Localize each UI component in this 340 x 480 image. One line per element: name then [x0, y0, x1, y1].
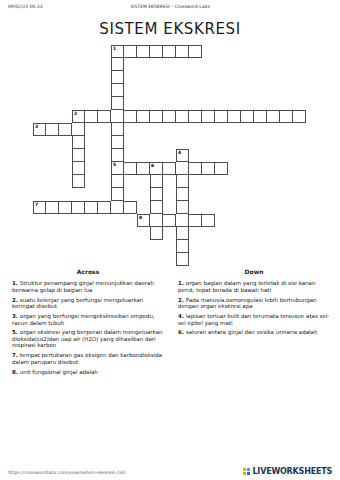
- grid-cell-r10c3[interactable]: [72, 175, 85, 188]
- grid-cell-r6c0[interactable]: 3: [33, 123, 46, 136]
- grid-cell-r5c14[interactable]: [215, 110, 228, 123]
- empty-cell: [46, 240, 59, 253]
- empty-cell: [98, 97, 111, 110]
- empty-cell: [98, 188, 111, 201]
- empty-cell: [176, 136, 189, 149]
- empty-cell: [33, 136, 46, 149]
- empty-cell: [176, 71, 189, 84]
- empty-cell: [124, 188, 137, 201]
- grid-cell-r2c6[interactable]: [111, 71, 124, 84]
- page-footer: https://crosswordlabs.com/view/sistem-ek…: [0, 466, 340, 477]
- empty-cell: [46, 188, 59, 201]
- empty-cell: [124, 136, 137, 149]
- empty-cell: [59, 84, 72, 97]
- empty-cell: [85, 84, 98, 97]
- empty-cell: [267, 149, 280, 162]
- empty-cell: [254, 240, 267, 253]
- empty-cell: [215, 227, 228, 240]
- grid-cell-r9c11[interactable]: [176, 162, 189, 175]
- empty-cell: [228, 84, 241, 97]
- empty-cell: [241, 188, 254, 201]
- empty-cell: [254, 175, 267, 188]
- empty-cell: [33, 253, 46, 266]
- empty-cell: [293, 188, 306, 201]
- empty-cell: [280, 136, 293, 149]
- empty-cell: [254, 123, 267, 136]
- empty-cell: [293, 201, 306, 214]
- empty-cell: [150, 71, 163, 84]
- empty-cell: [85, 97, 98, 110]
- empty-cell: [189, 58, 202, 71]
- empty-cell: [46, 175, 59, 188]
- empty-cell: [254, 162, 267, 175]
- empty-cell: [254, 201, 267, 214]
- grid-cell-r5c12[interactable]: [189, 110, 202, 123]
- clue-item-8: 8. unit fungsional ginjal adalah: [12, 369, 164, 375]
- empty-cell: [163, 240, 176, 253]
- empty-cell: [202, 253, 215, 266]
- clue-lists: Across 1. Struktur penampang ginjal menu…: [0, 268, 340, 466]
- grid-cell-r5c16[interactable]: [241, 110, 254, 123]
- grid-cell-r5c11[interactable]: [176, 110, 189, 123]
- grid-cell-r13c12[interactable]: [189, 214, 202, 227]
- empty-cell: [293, 123, 306, 136]
- empty-cell: [241, 201, 254, 214]
- empty-cell: [267, 136, 280, 149]
- grid-cell-r12c3[interactable]: [72, 201, 85, 214]
- empty-cell: [267, 175, 280, 188]
- grid-cell-r14c11[interactable]: [176, 227, 189, 240]
- empty-cell: [228, 149, 241, 162]
- grid-cell-r11c11[interactable]: [176, 188, 189, 201]
- empty-cell: [46, 71, 59, 84]
- empty-cell: [280, 175, 293, 188]
- empty-cell: [59, 240, 72, 253]
- empty-cell: [189, 84, 202, 97]
- grid-cell-r13c10[interactable]: [163, 214, 176, 227]
- grid-cell-r5c9[interactable]: [150, 110, 163, 123]
- empty-cell: [189, 188, 202, 201]
- empty-cell: [254, 214, 267, 227]
- empty-cell: [59, 175, 72, 188]
- grid-cell-r12c0[interactable]: 7: [33, 201, 46, 214]
- empty-cell: [72, 253, 85, 266]
- grid-cell-r9c12[interactable]: [189, 162, 202, 175]
- empty-cell: [137, 240, 150, 253]
- empty-cell: [163, 136, 176, 149]
- empty-cell: [215, 123, 228, 136]
- browser-print-header: 09/02/23 00.33 SISTEM EKSKRESI - Crosswo…: [0, 4, 340, 12]
- empty-cell: [202, 84, 215, 97]
- clue-item-6: 6. saluran antara ginjal dan vesika urin…: [178, 329, 330, 335]
- empty-cell: [46, 97, 59, 110]
- empty-cell: [72, 214, 85, 227]
- empty-cell: [137, 175, 150, 188]
- empty-cell: [293, 97, 306, 110]
- empty-cell: [85, 58, 98, 71]
- empty-cell: [98, 45, 111, 58]
- grid-cell-r5c8[interactable]: [137, 110, 150, 123]
- empty-cell: [59, 162, 72, 175]
- empty-cell: [280, 201, 293, 214]
- empty-cell: [228, 162, 241, 175]
- grid-cell-r5c6[interactable]: [111, 110, 124, 123]
- clue-number-2: 2: [74, 111, 77, 117]
- empty-cell: [293, 84, 306, 97]
- empty-cell: [254, 58, 267, 71]
- empty-cell: [150, 58, 163, 71]
- empty-cell: [98, 149, 111, 162]
- logo-square: [243, 472, 247, 476]
- grid-cell-r6c6[interactable]: [111, 123, 124, 136]
- empty-cell: [293, 136, 306, 149]
- empty-cell: [150, 253, 163, 266]
- clue-number-4: 4: [178, 150, 181, 156]
- grid-cell-r15c11[interactable]: [176, 240, 189, 253]
- empty-cell: [150, 97, 163, 110]
- empty-cell: [59, 71, 72, 84]
- grid-cell-r9c9[interactable]: 6: [150, 162, 163, 175]
- grid-cell-r12c2[interactable]: [59, 201, 72, 214]
- empty-cell: [215, 175, 228, 188]
- empty-cell: [241, 45, 254, 58]
- page-title: SISTEM EKSKRESI: [0, 20, 340, 38]
- down-heading: Down: [178, 268, 330, 275]
- empty-cell: [267, 227, 280, 240]
- empty-cell: [33, 214, 46, 227]
- empty-cell: [280, 253, 293, 266]
- empty-cell: [189, 149, 202, 162]
- clue-item-2: 2. Pada manusia,osmoregulasi lebih berhu…: [178, 297, 330, 310]
- empty-cell: [228, 214, 241, 227]
- grid-cell-r5c3[interactable]: 2: [72, 110, 85, 123]
- empty-cell: [124, 175, 137, 188]
- empty-cell: [98, 227, 111, 240]
- clue-item-2: 2. suatu kelenjar yang berfungsi mengelu…: [12, 297, 164, 310]
- empty-cell: [254, 253, 267, 266]
- grid-cell-r9c3[interactable]: [72, 162, 85, 175]
- grid-cell-r9c13[interactable]: [202, 162, 215, 175]
- empty-cell: [46, 84, 59, 97]
- clue-item-1: 1. Struktur penampang ginjal menunjukkan…: [12, 280, 164, 293]
- empty-cell: [228, 123, 241, 136]
- empty-cell: [137, 136, 150, 149]
- empty-cell: [202, 240, 215, 253]
- grid-cell-r5c4[interactable]: [85, 110, 98, 123]
- grid-cell-r14c9[interactable]: [150, 227, 163, 240]
- empty-cell: [33, 110, 46, 123]
- empty-cell: [241, 162, 254, 175]
- empty-cell: [72, 240, 85, 253]
- empty-cell: [267, 58, 280, 71]
- grid-cell-r12c7[interactable]: [124, 201, 137, 214]
- empty-cell: [33, 240, 46, 253]
- empty-cell: [267, 71, 280, 84]
- empty-cell: [46, 253, 59, 266]
- empty-cell: [202, 188, 215, 201]
- empty-cell: [280, 149, 293, 162]
- grid-cell-r5c10[interactable]: [163, 110, 176, 123]
- empty-cell: [46, 110, 59, 123]
- grid-cell-r0c12[interactable]: [189, 45, 202, 58]
- grid-cell-r9c6[interactable]: 5: [111, 162, 124, 175]
- empty-cell: [228, 201, 241, 214]
- empty-cell: [228, 240, 241, 253]
- empty-cell: [228, 136, 241, 149]
- empty-cell: [124, 149, 137, 162]
- empty-cell: [241, 136, 254, 149]
- empty-cell: [228, 71, 241, 84]
- liveworksheets-logo[interactable]: LIVEWORKSHEETS: [243, 467, 332, 476]
- empty-cell: [280, 84, 293, 97]
- empty-cell: [293, 253, 306, 266]
- grid-cell-r6c1[interactable]: [46, 123, 59, 136]
- empty-cell: [228, 175, 241, 188]
- grid-cell-r12c6[interactable]: [111, 201, 124, 214]
- empty-cell: [267, 123, 280, 136]
- across-clues-column: Across 1. Struktur penampang ginjal menu…: [12, 268, 164, 379]
- grid-cell-r10c6[interactable]: [111, 175, 124, 188]
- empty-cell: [150, 84, 163, 97]
- empty-cell: [293, 58, 306, 71]
- empty-cell: [280, 123, 293, 136]
- empty-cell: [98, 175, 111, 188]
- empty-cell: [202, 175, 215, 188]
- clue-number-1: 1: [113, 46, 116, 52]
- empty-cell: [241, 253, 254, 266]
- empty-cell: [111, 227, 124, 240]
- grid-cell-r0c6[interactable]: 1: [111, 45, 124, 58]
- empty-cell: [280, 227, 293, 240]
- grid-cell-r10c9[interactable]: [150, 175, 163, 188]
- empty-cell: [280, 162, 293, 175]
- grid-cell-r12c1[interactable]: [46, 201, 59, 214]
- empty-cell: [33, 162, 46, 175]
- grid-cell-r12c5[interactable]: [98, 201, 111, 214]
- empty-cell: [254, 188, 267, 201]
- crossword-page: 09/02/23 00.33 SISTEM EKSKRESI - Crosswo…: [0, 0, 340, 480]
- empty-cell: [215, 84, 228, 97]
- empty-cell: [137, 253, 150, 266]
- empty-cell: [280, 45, 293, 58]
- grid-cell-r6c3[interactable]: [72, 123, 85, 136]
- empty-cell: [189, 97, 202, 110]
- grid-cell-r0c9[interactable]: [150, 45, 163, 58]
- grid-cell-r13c9[interactable]: [150, 214, 163, 227]
- grid-cell-r3c6[interactable]: [111, 84, 124, 97]
- grid-cell-r9c14[interactable]: [215, 162, 228, 175]
- empty-cell: [267, 240, 280, 253]
- grid-cell-r0c7[interactable]: [124, 45, 137, 58]
- empty-cell: [228, 227, 241, 240]
- empty-cell: [98, 214, 111, 227]
- grid-cell-r7c3[interactable]: [72, 136, 85, 149]
- grid-cell-r9c10[interactable]: [163, 162, 176, 175]
- empty-cell: [189, 71, 202, 84]
- empty-cell: [33, 84, 46, 97]
- empty-cell: [59, 188, 72, 201]
- empty-cell: [215, 201, 228, 214]
- empty-cell: [254, 84, 267, 97]
- empty-cell: [163, 188, 176, 201]
- empty-cell: [202, 71, 215, 84]
- empty-cell: [215, 214, 228, 227]
- empty-cell: [33, 227, 46, 240]
- down-clues-column: Down 1. organ bagian dalam yang terletak…: [178, 268, 330, 339]
- empty-cell: [85, 253, 98, 266]
- crossword-grid: 12345678: [33, 45, 306, 266]
- empty-cell: [215, 253, 228, 266]
- grid-cell-r5c5[interactable]: [98, 110, 111, 123]
- empty-cell: [150, 123, 163, 136]
- empty-cell: [267, 188, 280, 201]
- empty-cell: [215, 45, 228, 58]
- grid-cell-r5c7[interactable]: [124, 110, 137, 123]
- empty-cell: [189, 240, 202, 253]
- empty-cell: [59, 214, 72, 227]
- empty-cell: [241, 240, 254, 253]
- empty-cell: [59, 97, 72, 110]
- grid-cell-r13c13[interactable]: [202, 214, 215, 227]
- empty-cell: [254, 97, 267, 110]
- empty-cell: [72, 188, 85, 201]
- grid-cell-r9c8[interactable]: [137, 162, 150, 175]
- empty-cell: [293, 162, 306, 175]
- empty-cell: [85, 45, 98, 58]
- grid-cell-r0c11[interactable]: [176, 45, 189, 58]
- empty-cell: [137, 201, 150, 214]
- empty-cell: [150, 136, 163, 149]
- empty-cell: [280, 71, 293, 84]
- empty-cell: [280, 58, 293, 71]
- empty-cell: [85, 136, 98, 149]
- empty-cell: [137, 227, 150, 240]
- clue-number-5: 5: [113, 162, 116, 168]
- empty-cell: [241, 123, 254, 136]
- logo-square: [247, 472, 251, 476]
- empty-cell: [124, 214, 137, 227]
- grid-cell-r8c6[interactable]: [111, 149, 124, 162]
- grid-cell-r6c2[interactable]: [59, 123, 72, 136]
- empty-cell: [46, 45, 59, 58]
- grid-cell-r1c6[interactable]: [111, 58, 124, 71]
- grid-cell-r7c6[interactable]: [111, 136, 124, 149]
- empty-cell: [241, 97, 254, 110]
- empty-cell: [280, 97, 293, 110]
- grid-cell-r8c11[interactable]: 4: [176, 149, 189, 162]
- grid-cell-r5c20[interactable]: [293, 110, 306, 123]
- empty-cell: [293, 240, 306, 253]
- grid-cell-r8c3[interactable]: [72, 149, 85, 162]
- empty-cell: [254, 149, 267, 162]
- empty-cell: [189, 201, 202, 214]
- grid-cell-r12c4[interactable]: [85, 201, 98, 214]
- clue-item-3: 3. organ yang berfungsi mengekskresikan …: [12, 313, 164, 326]
- empty-cell: [241, 58, 254, 71]
- empty-cell: [176, 123, 189, 136]
- grid-cell-r0c8[interactable]: [137, 45, 150, 58]
- empty-cell: [98, 123, 111, 136]
- clue-item-7: 7. tempat pertukaran gas oksigen dan kar…: [12, 352, 164, 365]
- empty-cell: [124, 97, 137, 110]
- empty-cell: [254, 45, 267, 58]
- liveworksheets-grid-icon: [243, 468, 251, 476]
- grid-cell-r12c11[interactable]: [176, 201, 189, 214]
- empty-cell: [202, 97, 215, 110]
- grid-cell-r0c10[interactable]: [163, 45, 176, 58]
- empty-cell: [189, 227, 202, 240]
- empty-cell: [137, 71, 150, 84]
- empty-cell: [46, 227, 59, 240]
- empty-cell: [124, 58, 137, 71]
- empty-cell: [280, 240, 293, 253]
- empty-cell: [124, 71, 137, 84]
- grid-cell-r5c15[interactable]: [228, 110, 241, 123]
- empty-cell: [59, 58, 72, 71]
- empty-cell: [98, 58, 111, 71]
- empty-cell: [267, 84, 280, 97]
- grid-cell-r10c11[interactable]: [176, 175, 189, 188]
- empty-cell: [85, 227, 98, 240]
- empty-cell: [137, 188, 150, 201]
- grid-cell-r16c11[interactable]: [176, 253, 189, 266]
- empty-cell: [59, 110, 72, 123]
- empty-cell: [293, 45, 306, 58]
- empty-cell: [241, 175, 254, 188]
- empty-cell: [137, 97, 150, 110]
- empty-cell: [150, 149, 163, 162]
- grid-cell-r5c13[interactable]: [202, 110, 215, 123]
- grid-cell-r4c6[interactable]: [111, 97, 124, 110]
- empty-cell: [85, 123, 98, 136]
- empty-cell: [59, 45, 72, 58]
- grid-cell-r5c17[interactable]: [254, 110, 267, 123]
- empty-cell: [280, 214, 293, 227]
- empty-cell: [98, 253, 111, 266]
- empty-cell: [293, 227, 306, 240]
- clue-item-5: 5. organ ekskresi yang berperan dalam me…: [12, 329, 164, 348]
- grid-cell-r9c7[interactable]: [124, 162, 137, 175]
- empty-cell: [98, 71, 111, 84]
- down-clues-list: 1. organ bagian dalam yang terletak di s…: [178, 280, 330, 336]
- grid-cell-r13c8[interactable]: 8: [137, 214, 150, 227]
- grid-cell-r5c18[interactable]: [267, 110, 280, 123]
- grid-cell-r12c9[interactable]: [150, 201, 163, 214]
- grid-cell-r13c11[interactable]: [176, 214, 189, 227]
- empty-cell: [202, 123, 215, 136]
- empty-cell: [228, 253, 241, 266]
- grid-cell-r11c9[interactable]: [150, 188, 163, 201]
- empty-cell: [241, 227, 254, 240]
- clue-item-1: 1. organ bagian dalam yang terletak di s…: [178, 280, 330, 293]
- clue-number-6: 6: [151, 163, 154, 169]
- empty-cell: [176, 84, 189, 97]
- logo-square: [247, 468, 251, 472]
- empty-cell: [254, 227, 267, 240]
- empty-cell: [267, 253, 280, 266]
- empty-cell: [111, 240, 124, 253]
- empty-cell: [215, 71, 228, 84]
- empty-cell: [202, 201, 215, 214]
- empty-cell: [293, 149, 306, 162]
- empty-cell: [72, 97, 85, 110]
- empty-cell: [267, 162, 280, 175]
- empty-cell: [59, 149, 72, 162]
- empty-cell: [241, 149, 254, 162]
- clue-number-7: 7: [35, 202, 38, 208]
- grid-cell-r5c19[interactable]: [280, 110, 293, 123]
- grid-cell-r11c6[interactable]: [111, 188, 124, 201]
